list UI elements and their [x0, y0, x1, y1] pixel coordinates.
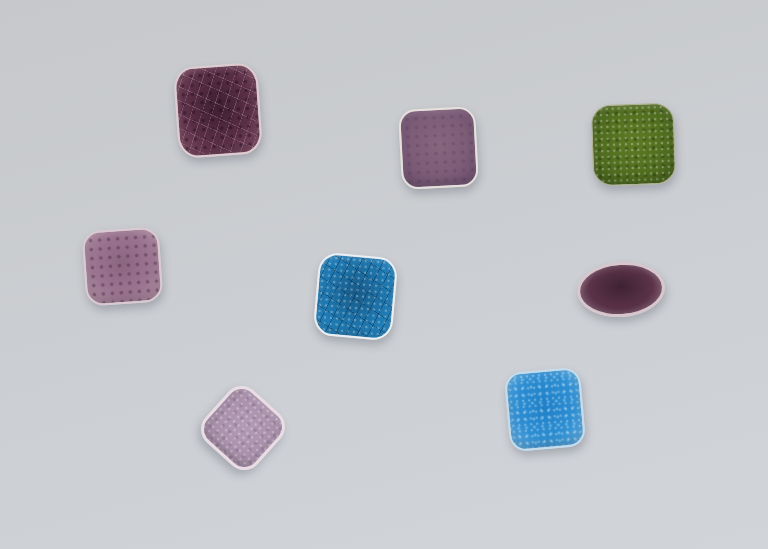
tile-azure-blue-square [504, 366, 587, 451]
cabochon-plum-oval [575, 258, 667, 319]
photo-of-ceramic-tiles [0, 0, 768, 549]
tile-lilac-diamond [194, 379, 293, 478]
tile-teal-blue-square [312, 251, 398, 341]
tile-speckled-mauve-square [81, 226, 163, 306]
tile-olive-green-square [590, 102, 676, 186]
tile-mauve-purple-square [397, 106, 478, 190]
tile-dark-plum-square [173, 62, 263, 159]
